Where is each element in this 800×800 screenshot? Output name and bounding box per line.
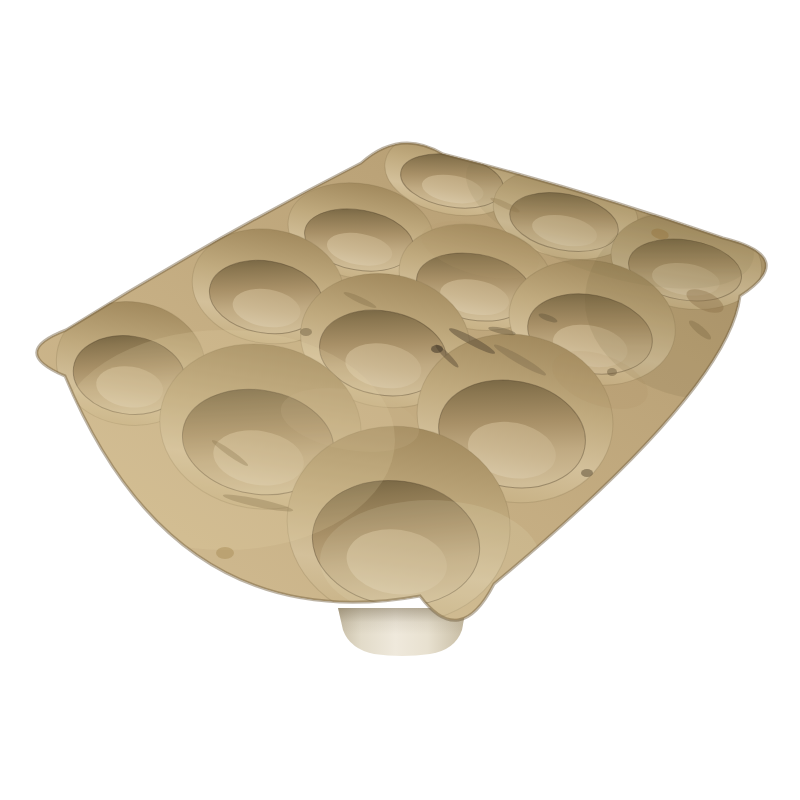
stain-mark bbox=[300, 328, 312, 336]
stain-mark bbox=[216, 547, 234, 559]
pan-top bbox=[37, 112, 800, 638]
stain-mark bbox=[581, 469, 593, 477]
stain-mark bbox=[61, 473, 71, 481]
product-photo-stage bbox=[0, 0, 800, 800]
stain-mark bbox=[431, 345, 443, 353]
muffin-pan-photo bbox=[0, 0, 800, 800]
